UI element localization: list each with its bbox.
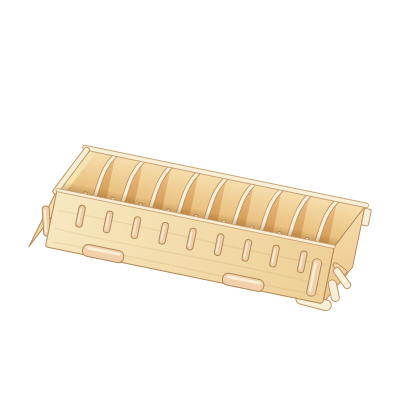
wooden-organizer-photo <box>0 0 400 400</box>
product-photo-stage <box>0 0 400 400</box>
